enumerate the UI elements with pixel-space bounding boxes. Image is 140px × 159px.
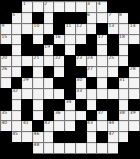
block-cell: [108, 111, 118, 121]
crossword-cell[interactable]: [33, 67, 43, 77]
block-cell: [22, 45, 32, 55]
clue-number: 18: [119, 35, 125, 40]
block-cell: [76, 100, 86, 110]
crossword-cell[interactable]: 11: [65, 24, 75, 34]
crossword-cell[interactable]: [54, 2, 64, 12]
crossword-cell[interactable]: 34: [65, 100, 75, 110]
block-cell: [1, 2, 11, 12]
crossword-cell[interactable]: 2: [44, 2, 54, 12]
clue-number: 42: [44, 121, 50, 126]
crossword-cell[interactable]: [87, 143, 97, 153]
clue-number: 37: [98, 111, 104, 116]
crossword-cell[interactable]: [12, 67, 22, 77]
crossword-cell[interactable]: 45: [12, 132, 22, 142]
crossword-cell[interactable]: 40: [1, 121, 11, 131]
block-cell: [108, 2, 118, 12]
crossword-cell[interactable]: 38: [119, 111, 129, 121]
clue-number: 4: [98, 2, 101, 7]
crossword-cell[interactable]: [12, 56, 22, 66]
block-cell: [1, 13, 11, 23]
block-cell: [97, 132, 107, 142]
block-cell: [87, 78, 97, 88]
crossword-cell[interactable]: [54, 67, 64, 77]
crossword-cell[interactable]: [119, 89, 129, 99]
clue-number: 25: [108, 56, 114, 61]
crossword-cell[interactable]: 5: [12, 13, 22, 23]
crossword-cell[interactable]: [22, 56, 32, 66]
crossword-cell[interactable]: 27: [87, 67, 97, 77]
crossword-cell[interactable]: [76, 2, 86, 12]
crossword-cell[interactable]: [119, 56, 129, 66]
crossword-cell[interactable]: [33, 78, 43, 88]
block-cell: [33, 13, 43, 23]
crossword-cell[interactable]: [44, 24, 54, 34]
clue-number: 9: [2, 24, 5, 29]
crossword-cell[interactable]: 39: [129, 111, 139, 121]
clue-number: 45: [12, 132, 18, 137]
crossword-cell[interactable]: 20: [1, 56, 11, 66]
crossword-cell[interactable]: [12, 121, 22, 131]
clue-number: 11: [66, 24, 72, 29]
crossword-cell[interactable]: [12, 111, 22, 121]
block-cell: [1, 45, 11, 55]
clue-number: 44: [108, 121, 114, 126]
crossword-cell[interactable]: [76, 111, 86, 121]
crossword-cell[interactable]: 44: [108, 121, 118, 131]
crossword-cell[interactable]: 30: [76, 78, 86, 88]
block-cell: [129, 143, 139, 153]
block-cell: [54, 45, 64, 55]
crossword-cell[interactable]: 31: [119, 78, 129, 88]
crossword-cell[interactable]: 15: [1, 35, 11, 45]
block-cell: [76, 13, 86, 23]
block-cell: [22, 35, 32, 45]
crossword-cell[interactable]: 12: [76, 24, 86, 34]
crossword-cell[interactable]: 37: [97, 111, 107, 121]
clue-number: 35: [2, 111, 8, 116]
crossword-cell[interactable]: 19: [44, 45, 54, 55]
crossword-cell[interactable]: 1: [22, 2, 32, 12]
crossword-cell[interactable]: [33, 2, 43, 12]
crossword-cell[interactable]: [65, 2, 75, 12]
block-cell: [65, 132, 75, 142]
crossword-cell[interactable]: [129, 78, 139, 88]
crossword-cell[interactable]: [65, 35, 75, 45]
crossword-cell[interactable]: [97, 56, 107, 66]
crossword-cell[interactable]: [129, 35, 139, 45]
crossword-cell[interactable]: [87, 100, 97, 110]
clue-number: 29: [23, 78, 29, 83]
crossword-cell[interactable]: [87, 132, 97, 142]
crossword-cell[interactable]: [22, 13, 32, 23]
crossword-cell[interactable]: 9: [1, 24, 11, 34]
crossword-cell[interactable]: [76, 143, 86, 153]
block-cell: [1, 89, 11, 99]
crossword-cell[interactable]: 47: [108, 132, 118, 142]
crossword-cell[interactable]: 42: [44, 121, 54, 131]
crossword-cell[interactable]: [119, 100, 129, 110]
block-cell: [22, 143, 32, 153]
block-cell: [97, 24, 107, 34]
crossword-cell[interactable]: 10: [33, 24, 43, 34]
crossword-cell[interactable]: 7: [108, 13, 118, 23]
crossword-cell[interactable]: [129, 121, 139, 131]
clue-number: 32: [12, 89, 18, 94]
block-cell: [44, 100, 54, 110]
crossword-cell[interactable]: [65, 111, 75, 121]
clue-number: 31: [119, 78, 125, 83]
clue-number: 19: [44, 45, 50, 50]
block-cell: [76, 121, 86, 131]
clue-number: 7: [108, 13, 111, 18]
crossword-cell[interactable]: [54, 89, 64, 99]
clue-number: 23: [76, 56, 82, 61]
block-cell: [129, 132, 139, 142]
crossword-cell[interactable]: [12, 35, 22, 45]
crossword-cell[interactable]: [97, 78, 107, 88]
crossword-cell[interactable]: [22, 89, 32, 99]
crossword-cell[interactable]: [33, 35, 43, 45]
crossword-cell[interactable]: [97, 143, 107, 153]
crossword-cell[interactable]: [108, 89, 118, 99]
block-cell: [22, 111, 32, 121]
block-cell: [12, 78, 22, 88]
clue-number: 28: [130, 67, 136, 72]
crossword-cell[interactable]: 23: [76, 56, 86, 66]
crossword-cell[interactable]: 18: [119, 35, 129, 45]
crossword-cell[interactable]: [1, 78, 11, 88]
block-cell: [1, 100, 11, 110]
block-cell: [129, 13, 139, 23]
block-cell: [54, 132, 64, 142]
crossword-cell[interactable]: 3: [87, 2, 97, 12]
crossword-cell[interactable]: 41: [22, 121, 32, 131]
crossword-board: 1234567891011121314151617181920212223242…: [0, 0, 140, 159]
crossword-cell[interactable]: [108, 143, 118, 153]
crossword-cell[interactable]: [76, 35, 86, 45]
block-cell: [44, 35, 54, 45]
block-cell: [54, 78, 64, 88]
block-cell: [108, 100, 118, 110]
clue-number: 22: [55, 56, 61, 61]
block-cell: [33, 45, 43, 55]
clue-number: 10: [34, 24, 40, 29]
crossword-cell[interactable]: 26: [1, 67, 11, 77]
crossword-cell[interactable]: 8: [119, 13, 129, 23]
block-cell: [1, 132, 11, 142]
crossword-cell[interactable]: 17: [97, 35, 107, 45]
block-cell: [87, 45, 97, 55]
crossword-cell[interactable]: [12, 45, 22, 55]
crossword-cell[interactable]: 36: [54, 111, 64, 121]
crossword-cell[interactable]: [44, 56, 54, 66]
crossword-cell[interactable]: [97, 45, 107, 55]
block-cell: [65, 89, 75, 99]
crossword-cell[interactable]: [97, 89, 107, 99]
block-cell: [108, 78, 118, 88]
block-cell: [54, 24, 64, 34]
crossword-cell[interactable]: [12, 24, 22, 34]
clue-number: 36: [55, 111, 61, 116]
block-cell: [129, 45, 139, 55]
clue-number: 48: [34, 143, 40, 148]
crossword-cell[interactable]: [22, 132, 32, 142]
block-cell: [44, 67, 54, 77]
crossword-cell[interactable]: [33, 100, 43, 110]
clue-number: 26: [2, 67, 8, 72]
block-cell: [108, 35, 118, 45]
clue-number: 8: [119, 13, 122, 18]
block-cell: [76, 67, 86, 77]
crossword-cell[interactable]: [97, 121, 107, 131]
block-cell: [54, 13, 64, 23]
block-cell: [119, 143, 129, 153]
crossword-cell[interactable]: 24: [87, 56, 97, 66]
crossword-cell[interactable]: 4: [97, 2, 107, 12]
clue-number: 6: [87, 13, 90, 18]
crossword-cell[interactable]: 35: [1, 111, 11, 121]
crossword-cell[interactable]: [65, 45, 75, 55]
crossword-cell[interactable]: [65, 143, 75, 153]
crossword-cell[interactable]: 16: [54, 35, 64, 45]
block-cell: [87, 35, 97, 45]
block-cell: [97, 100, 107, 110]
crossword-cell[interactable]: 14: [129, 24, 139, 34]
block-cell: [65, 78, 75, 88]
crossword-cell[interactable]: 22: [54, 56, 64, 66]
clue-number: 47: [108, 132, 114, 137]
crossword-cell[interactable]: [44, 132, 54, 142]
block-cell: [119, 2, 129, 12]
crossword-cell[interactable]: 21: [33, 56, 43, 66]
crossword-cell[interactable]: [97, 13, 107, 23]
block-cell: [129, 56, 139, 66]
block-cell: [76, 132, 86, 142]
block-cell: [129, 2, 139, 12]
crossword-cell[interactable]: 46: [33, 132, 43, 142]
crossword-cell[interactable]: [12, 100, 22, 110]
clue-number: 46: [34, 132, 40, 137]
crossword-cell[interactable]: 13: [108, 24, 118, 34]
crossword-cell[interactable]: 43: [87, 121, 97, 131]
crossword-cell[interactable]: 33: [76, 89, 86, 99]
block-cell: [22, 100, 32, 110]
clue-number: 41: [23, 121, 29, 126]
block-cell: [129, 100, 139, 110]
block-cell: [76, 45, 86, 55]
crossword-cell[interactable]: 6: [87, 13, 97, 23]
clue-number: 27: [87, 67, 93, 72]
crossword-cell[interactable]: [119, 121, 129, 131]
clue-number: 16: [55, 35, 61, 40]
crossword-cell[interactable]: 29: [22, 78, 32, 88]
clue-number: 43: [87, 121, 93, 126]
crossword-cell[interactable]: [44, 78, 54, 88]
crossword-cell[interactable]: [33, 111, 43, 121]
block-cell: [108, 45, 118, 55]
crossword-cell[interactable]: [44, 89, 54, 99]
crossword-cell[interactable]: 28: [129, 67, 139, 77]
block-cell: [22, 67, 32, 77]
clue-number: 13: [108, 24, 114, 29]
crossword-cell[interactable]: [97, 67, 107, 77]
crossword-cell[interactable]: [87, 89, 97, 99]
crossword-cell[interactable]: [33, 89, 43, 99]
block-cell: [33, 121, 43, 131]
crossword-cell[interactable]: [22, 24, 32, 34]
block-cell: [119, 67, 129, 77]
clue-number: 2: [44, 2, 47, 7]
clue-number: 34: [66, 100, 72, 105]
clue-number: 15: [2, 35, 8, 40]
clue-number: 33: [76, 89, 82, 94]
clue-number: 17: [98, 35, 104, 40]
clue-number: 30: [76, 78, 82, 83]
clue-number: 5: [12, 13, 15, 18]
crossword-cell[interactable]: 48: [33, 143, 43, 153]
clue-number: 21: [34, 56, 40, 61]
crossword-cell[interactable]: 32: [12, 89, 22, 99]
block-cell: [54, 100, 64, 110]
crossword-cell[interactable]: [54, 121, 64, 131]
clue-number: 24: [87, 56, 93, 61]
crossword-cell[interactable]: 25: [108, 56, 118, 66]
block-cell: [65, 67, 75, 77]
clue-number: 38: [119, 111, 125, 116]
block-cell: [44, 111, 54, 121]
crossword-cell[interactable]: [44, 13, 54, 23]
crossword-cell[interactable]: [108, 67, 118, 77]
clue-number: 1: [23, 2, 26, 7]
clue-number: 40: [2, 121, 8, 126]
clue-number: 14: [130, 24, 136, 29]
block-cell: [12, 143, 22, 153]
clue-number: 12: [76, 24, 82, 29]
crossword-cell[interactable]: [54, 143, 64, 153]
crossword-cell[interactable]: [44, 143, 54, 153]
crossword-cell[interactable]: [119, 132, 129, 142]
block-cell: [65, 13, 75, 23]
crossword-cell[interactable]: [87, 24, 97, 34]
block-cell: [1, 143, 11, 153]
block-cell: [65, 56, 75, 66]
crossword-cell[interactable]: [119, 24, 129, 34]
block-cell: [12, 2, 22, 12]
clue-number: 39: [130, 111, 136, 116]
crossword-cell[interactable]: [65, 121, 75, 131]
clue-number: 20: [2, 56, 8, 61]
block-cell: [87, 111, 97, 121]
crossword-cell[interactable]: [119, 45, 129, 55]
clue-number: 3: [87, 2, 90, 7]
crossword-grid: 1234567891011121314151617181920212223242…: [0, 1, 140, 154]
crossword-cell[interactable]: [129, 89, 139, 99]
